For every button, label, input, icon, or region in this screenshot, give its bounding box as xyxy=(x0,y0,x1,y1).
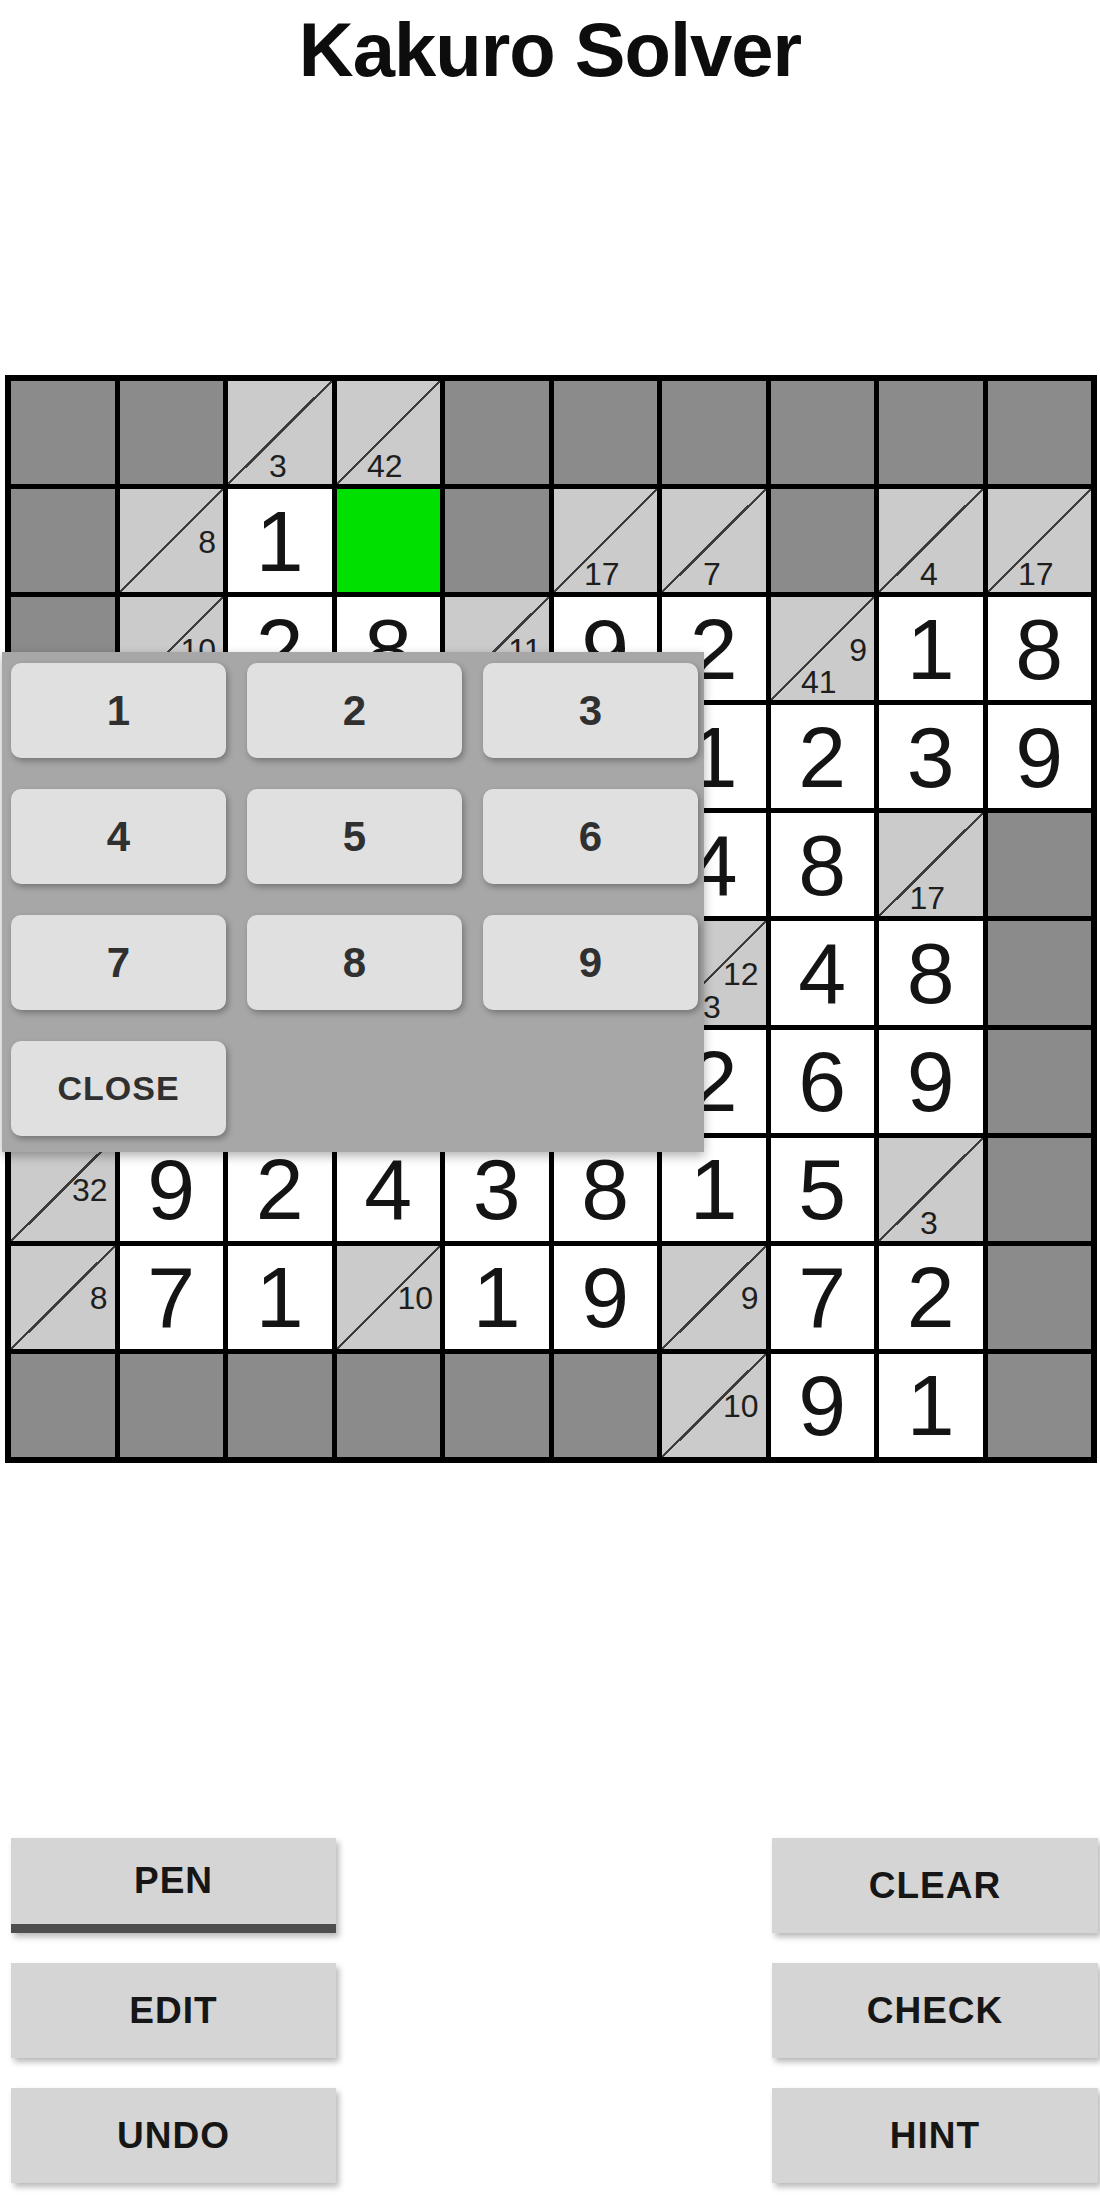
block-cell-r9c9 xyxy=(988,1354,1092,1457)
keypad-button-2[interactable]: 2 xyxy=(247,663,462,758)
down-clue: 7 xyxy=(703,558,721,590)
block-cell-r9c2 xyxy=(228,1354,332,1457)
across-clue: 8 xyxy=(90,1283,108,1315)
down-clue: 3 xyxy=(920,1207,938,1239)
cell-r7c1[interactable]: 9 xyxy=(120,1138,224,1241)
selected-cell-r1c3[interactable] xyxy=(337,489,441,592)
block-cell-r9c0 xyxy=(11,1354,115,1457)
down-clue: 3 xyxy=(703,991,721,1023)
clue-cell-r8c6: 9 xyxy=(662,1246,766,1349)
block-cell-r1c7 xyxy=(771,489,875,592)
cell-r1c2[interactable]: 1 xyxy=(228,489,332,592)
hint-button[interactable]: HINT xyxy=(772,2088,1098,2183)
block-cell-r9c4 xyxy=(445,1354,549,1457)
check-button[interactable]: CHECK xyxy=(772,1963,1098,2058)
block-cell-r5c9 xyxy=(988,921,1092,1024)
cell-r9c7[interactable]: 9 xyxy=(771,1354,875,1457)
cell-r7c2[interactable]: 2 xyxy=(228,1138,332,1241)
block-cell-r7c9 xyxy=(988,1138,1092,1241)
clear-button[interactable]: CLEAR xyxy=(772,1838,1098,1933)
down-clue: 41 xyxy=(801,666,837,698)
cell-r7c5[interactable]: 8 xyxy=(554,1138,658,1241)
pen-button[interactable]: PEN xyxy=(11,1838,336,1933)
cell-r8c2[interactable]: 1 xyxy=(228,1246,332,1349)
block-cell-r0c5 xyxy=(554,381,658,484)
cell-r3c9[interactable]: 9 xyxy=(988,705,1092,808)
cell-r7c4[interactable]: 3 xyxy=(445,1138,549,1241)
cell-r4c7[interactable]: 8 xyxy=(771,813,875,916)
down-clue: 17 xyxy=(1018,558,1054,590)
cell-r6c7[interactable]: 6 xyxy=(771,1030,875,1133)
clue-cell-r1c1: 8 xyxy=(120,489,224,592)
block-cell-r9c1 xyxy=(120,1354,224,1457)
clue-cell-r2c7: 419 xyxy=(771,597,875,700)
keypad-button-4[interactable]: 4 xyxy=(11,789,226,884)
block-cell-r1c4 xyxy=(445,489,549,592)
clue-cell-r1c5: 17 xyxy=(554,489,658,592)
cell-r5c8[interactable]: 8 xyxy=(879,921,983,1024)
cell-r8c7[interactable]: 7 xyxy=(771,1246,875,1349)
block-cell-r0c8 xyxy=(879,381,983,484)
down-clue: 17 xyxy=(584,558,620,590)
block-cell-r0c0 xyxy=(11,381,115,484)
cell-r9c8[interactable]: 1 xyxy=(879,1354,983,1457)
clue-cell-r7c0: 32 xyxy=(11,1138,115,1241)
across-clue: 8 xyxy=(198,526,216,558)
cell-r3c7[interactable]: 2 xyxy=(771,705,875,808)
down-clue: 42 xyxy=(367,450,403,482)
keypad-button-8[interactable]: 8 xyxy=(247,915,462,1010)
block-cell-r1c0 xyxy=(11,489,115,592)
keypad-button-7[interactable]: 7 xyxy=(11,915,226,1010)
clue-cell-r4c8: 17 xyxy=(879,813,983,916)
cell-r7c3[interactable]: 4 xyxy=(337,1138,441,1241)
keypad-button-1[interactable]: 1 xyxy=(11,663,226,758)
clue-cell-r1c9: 17 xyxy=(988,489,1092,592)
clue-cell-r8c3: 10 xyxy=(337,1246,441,1349)
block-cell-r0c9 xyxy=(988,381,1092,484)
down-clue: 17 xyxy=(909,882,945,914)
block-cell-r4c9 xyxy=(988,813,1092,916)
block-cell-r9c5 xyxy=(554,1354,658,1457)
block-cell-r9c3 xyxy=(337,1354,441,1457)
keypad-button-9[interactable]: 9 xyxy=(483,915,698,1010)
across-clue: 12 xyxy=(723,958,759,990)
across-clue: 32 xyxy=(72,1175,108,1207)
block-cell-r0c1 xyxy=(120,381,224,484)
cell-r8c8[interactable]: 2 xyxy=(879,1246,983,1349)
clue-cell-r0c2: 3 xyxy=(228,381,332,484)
keypad-close-button[interactable]: CLOSE xyxy=(11,1041,226,1136)
across-clue: 9 xyxy=(849,634,867,666)
cell-r2c8[interactable]: 1 xyxy=(879,597,983,700)
cell-r8c4[interactable]: 1 xyxy=(445,1246,549,1349)
clue-cell-r1c8: 4 xyxy=(879,489,983,592)
keypad-button-5[interactable]: 5 xyxy=(247,789,462,884)
cell-r8c5[interactable]: 9 xyxy=(554,1246,658,1349)
cell-r7c6[interactable]: 1 xyxy=(662,1138,766,1241)
down-clue: 4 xyxy=(920,558,938,590)
cell-r5c7[interactable]: 4 xyxy=(771,921,875,1024)
clue-cell-r9c6: 10 xyxy=(662,1354,766,1457)
cell-r7c7[interactable]: 5 xyxy=(771,1138,875,1241)
edit-button[interactable]: EDIT xyxy=(11,1963,336,2058)
block-cell-r0c6 xyxy=(662,381,766,484)
clue-cell-r8c0: 8 xyxy=(11,1246,115,1349)
undo-button[interactable]: UNDO xyxy=(11,2088,336,2183)
across-clue: 10 xyxy=(397,1283,433,1315)
block-cell-r0c4 xyxy=(445,381,549,484)
block-cell-r6c9 xyxy=(988,1030,1092,1133)
cell-r8c1[interactable]: 7 xyxy=(120,1246,224,1349)
clue-cell-r7c8: 3 xyxy=(879,1138,983,1241)
cell-r6c8[interactable]: 9 xyxy=(879,1030,983,1133)
page-title: Kakuro Solver xyxy=(0,6,1100,93)
keypad-button-3[interactable]: 3 xyxy=(483,663,698,758)
block-cell-r0c7 xyxy=(771,381,875,484)
across-clue: 10 xyxy=(723,1391,759,1423)
clue-cell-r0c3: 42 xyxy=(337,381,441,484)
cell-r2c9[interactable]: 8 xyxy=(988,597,1092,700)
clue-cell-r1c6: 7 xyxy=(662,489,766,592)
keypad-button-6[interactable]: 6 xyxy=(483,789,698,884)
cell-r3c8[interactable]: 3 xyxy=(879,705,983,808)
across-clue: 9 xyxy=(741,1283,759,1315)
number-pad-overlay: 1 2 3 4 5 6 7 8 9 CLOSE xyxy=(2,652,704,1152)
down-clue: 3 xyxy=(269,450,287,482)
block-cell-r8c9 xyxy=(988,1246,1092,1349)
